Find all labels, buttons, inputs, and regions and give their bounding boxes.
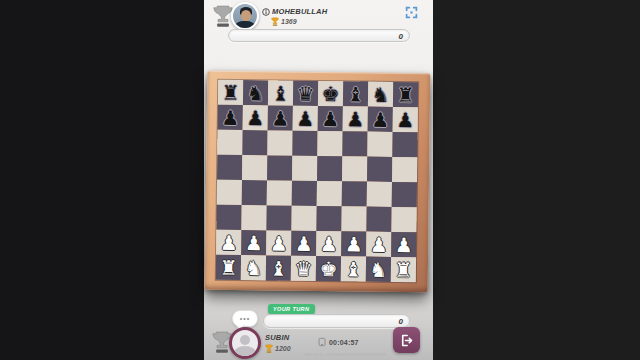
piece-white-bishop[interactable]: ♝ — [269, 258, 287, 278]
top-captured-count: 0 — [399, 31, 403, 40]
piece-black-pawn[interactable]: ♟ — [346, 109, 364, 129]
square-g5[interactable] — [367, 157, 392, 182]
piece-white-pawn[interactable]: ♟ — [220, 232, 238, 252]
square-a1[interactable]: ♜ — [216, 255, 241, 280]
square-b6[interactable] — [242, 130, 267, 155]
chess-board[interactable]: ♜♞♝♛♚♝♞♜♟♟♟♟♟♟♟♟♟♟♟♟♟♟♟♟♜♞♝♛♚♝♞♜ — [216, 80, 418, 282]
square-h3[interactable] — [391, 207, 416, 232]
piece-black-knight[interactable]: ♞ — [371, 84, 389, 104]
square-d1[interactable]: ♛ — [291, 256, 316, 281]
bottom-player-rating: 1200 — [275, 345, 291, 352]
piece-black-bishop[interactable]: ♝ — [346, 84, 364, 104]
square-g1[interactable]: ♞ — [366, 257, 391, 282]
timer-value: 00:04:57 — [329, 339, 359, 346]
chess-board-frame: ♜♞♝♛♚♝♞♜♟♟♟♟♟♟♟♟♟♟♟♟♟♟♟♟♜♞♝♛♚♝♞♜ — [205, 71, 431, 293]
piece-white-rook[interactable]: ♜ — [394, 259, 412, 279]
piece-black-pawn[interactable]: ♟ — [296, 108, 314, 128]
square-h6[interactable] — [392, 132, 417, 157]
top-player-name: MOHEBULLAH — [272, 7, 327, 16]
square-b5[interactable] — [242, 155, 267, 180]
top-player-name-row: MOHEBULLAH — [262, 7, 327, 16]
top-player-rating: 1369 — [281, 18, 297, 25]
square-b2[interactable]: ♟ — [241, 230, 266, 255]
square-g6[interactable] — [367, 132, 392, 157]
square-c5[interactable] — [267, 155, 292, 180]
square-f5[interactable] — [342, 156, 367, 181]
bottom-player-name-row: SUBIN — [265, 333, 289, 342]
piece-white-pawn[interactable]: ♟ — [395, 234, 413, 254]
square-e8[interactable]: ♚ — [318, 81, 343, 106]
chat-button[interactable]: ••• — [232, 310, 258, 327]
square-d8[interactable]: ♛ — [293, 81, 318, 106]
square-h1[interactable]: ♜ — [391, 257, 416, 282]
piece-black-rook[interactable]: ♜ — [396, 84, 414, 104]
app-screenshot: MOHEBULLAH 1369 0 ♜♞♝♛♚♝♞♜♟♟♟♟♟♟♟♟♟♟♟♟♟♟… — [0, 0, 640, 360]
bottom-player-avatar[interactable] — [229, 327, 261, 359]
square-f3[interactable] — [341, 206, 366, 231]
square-b4[interactable] — [242, 180, 267, 205]
square-h2[interactable]: ♟ — [391, 232, 416, 257]
square-d2[interactable]: ♟ — [291, 231, 316, 256]
top-player-rating-row: 1369 — [271, 17, 297, 26]
info-icon[interactable] — [262, 8, 270, 16]
piece-black-pawn[interactable]: ♟ — [271, 108, 289, 128]
chat-dots-icon: ••• — [240, 315, 250, 322]
square-a6[interactable] — [217, 130, 242, 155]
square-b7[interactable]: ♟ — [243, 105, 268, 130]
chess-app-panel: MOHEBULLAH 1369 0 ♜♞♝♛♚♝♞♜♟♟♟♟♟♟♟♟♟♟♟♟♟♟… — [204, 0, 433, 360]
expand-icon[interactable] — [405, 5, 418, 18]
square-c3[interactable] — [266, 205, 291, 230]
left-letterbox — [0, 0, 204, 360]
right-letterbox — [433, 0, 640, 360]
piece-white-pawn[interactable]: ♟ — [320, 234, 338, 254]
top-captured-pieces-tray: 0 — [228, 29, 410, 42]
piece-black-pawn[interactable]: ♟ — [371, 109, 389, 129]
square-e2[interactable]: ♟ — [316, 231, 341, 256]
square-b8[interactable]: ♞ — [243, 80, 268, 105]
square-g4[interactable] — [367, 182, 392, 207]
piece-black-queen[interactable]: ♛ — [296, 83, 314, 103]
square-e4[interactable] — [317, 181, 342, 206]
timer-row: 00:04:57 — [318, 337, 359, 347]
square-f2[interactable]: ♟ — [341, 231, 366, 256]
square-f7[interactable]: ♟ — [343, 106, 368, 131]
square-e3[interactable] — [316, 206, 341, 231]
piece-black-bishop[interactable]: ♝ — [271, 83, 289, 103]
piece-white-bishop[interactable]: ♝ — [344, 259, 362, 279]
square-d4[interactable] — [292, 181, 317, 206]
match-id-label: MATCH ID: 429B49E2CUR5025596704R509 — [281, 352, 409, 357]
piece-black-pawn[interactable]: ♟ — [221, 107, 239, 127]
piece-white-queen[interactable]: ♛ — [294, 258, 312, 278]
square-a4[interactable] — [217, 180, 242, 205]
square-e5[interactable] — [317, 156, 342, 181]
piece-white-knight[interactable]: ♞ — [369, 259, 387, 279]
square-e6[interactable] — [317, 131, 342, 156]
piece-white-knight[interactable]: ♞ — [244, 258, 262, 278]
piece-black-pawn[interactable]: ♟ — [396, 109, 414, 129]
square-f1[interactable]: ♝ — [341, 256, 366, 281]
piece-black-pawn[interactable]: ♟ — [321, 109, 339, 129]
square-a3[interactable] — [216, 205, 241, 230]
square-h4[interactable] — [392, 182, 417, 207]
piece-white-pawn[interactable]: ♟ — [270, 233, 288, 253]
square-b1[interactable]: ♞ — [241, 255, 266, 280]
square-d6[interactable] — [292, 131, 317, 156]
square-c8[interactable]: ♝ — [268, 80, 293, 105]
square-d7[interactable]: ♟ — [293, 106, 318, 131]
bottom-captured-pieces-tray: 0 — [263, 314, 410, 328]
piece-white-pawn[interactable]: ♟ — [345, 234, 363, 254]
top-player-avatar[interactable] — [231, 2, 259, 30]
your-turn-badge: YOUR TURN — [268, 304, 315, 314]
square-f6[interactable] — [342, 131, 367, 156]
rating-trophy-icon — [265, 344, 273, 353]
square-c2[interactable]: ♟ — [266, 230, 291, 255]
exit-door-icon — [399, 333, 414, 348]
square-g2[interactable]: ♟ — [366, 232, 391, 257]
square-a2[interactable]: ♟ — [216, 230, 241, 255]
leave-game-button[interactable] — [393, 327, 420, 353]
square-c1[interactable]: ♝ — [266, 255, 291, 280]
square-b3[interactable] — [241, 205, 266, 230]
piece-black-king[interactable]: ♚ — [321, 84, 339, 104]
square-c4[interactable] — [267, 180, 292, 205]
bottom-captured-count: 0 — [399, 317, 403, 326]
square-a5[interactable] — [217, 155, 242, 180]
piece-white-rook[interactable]: ♜ — [219, 257, 237, 277]
square-a8[interactable]: ♜ — [218, 80, 243, 105]
piece-white-pawn[interactable]: ♟ — [370, 234, 388, 254]
square-f8[interactable]: ♝ — [343, 81, 368, 106]
square-c7[interactable]: ♟ — [268, 105, 293, 130]
square-d5[interactable] — [292, 156, 317, 181]
square-d3[interactable] — [291, 206, 316, 231]
square-g7[interactable]: ♟ — [368, 107, 393, 132]
square-f4[interactable] — [342, 181, 367, 206]
bottom-player-name: SUBIN — [265, 333, 289, 342]
square-e1[interactable]: ♚ — [316, 256, 341, 281]
piece-white-king[interactable]: ♚ — [319, 259, 337, 279]
square-h7[interactable]: ♟ — [393, 107, 418, 132]
piece-black-knight[interactable]: ♞ — [246, 83, 264, 103]
piece-black-rook[interactable]: ♜ — [221, 82, 239, 102]
square-e7[interactable]: ♟ — [318, 106, 343, 131]
league-trophy-icon — [213, 4, 233, 28]
square-h5[interactable] — [392, 157, 417, 182]
piece-white-pawn[interactable]: ♟ — [245, 233, 263, 253]
piece-black-pawn[interactable]: ♟ — [246, 108, 264, 128]
rating-trophy-icon — [271, 17, 279, 26]
person-silhouette-icon — [240, 335, 250, 345]
square-g8[interactable]: ♞ — [368, 82, 393, 107]
square-h8[interactable]: ♜ — [393, 82, 418, 107]
square-c6[interactable] — [267, 130, 292, 155]
timer-icon — [318, 337, 326, 347]
piece-white-pawn[interactable]: ♟ — [295, 233, 313, 253]
square-a7[interactable]: ♟ — [218, 105, 243, 130]
square-g3[interactable] — [366, 207, 391, 232]
